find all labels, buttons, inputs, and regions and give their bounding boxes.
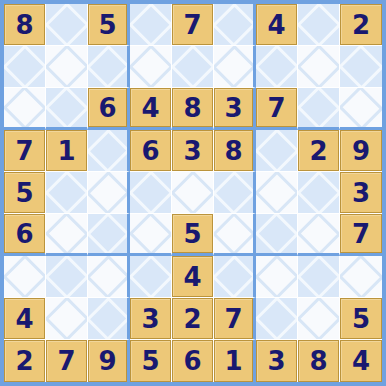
cell-r5c6[interactable] bbox=[214, 172, 256, 214]
cell-r9c1: 2 bbox=[4, 340, 46, 382]
cell-r8c3[interactable] bbox=[88, 298, 130, 340]
given-digit: 5 bbox=[183, 221, 201, 247]
cell-r1c3: 5 bbox=[88, 4, 130, 46]
given-digit: 6 bbox=[183, 348, 201, 374]
cell-r9c7: 3 bbox=[256, 340, 298, 382]
cell-r7c6[interactable] bbox=[214, 256, 256, 298]
cell-r2c1[interactable] bbox=[4, 46, 46, 88]
cell-r5c4[interactable] bbox=[130, 172, 172, 214]
cell-r4c1: 7 bbox=[4, 130, 46, 172]
given-digit: 7 bbox=[15, 138, 33, 164]
given-digit: 7 bbox=[183, 12, 201, 38]
cell-r3c1[interactable] bbox=[4, 88, 46, 130]
given-digit: 2 bbox=[15, 348, 33, 374]
given-digit: 8 bbox=[224, 138, 242, 164]
given-digit: 7 bbox=[267, 95, 285, 121]
cell-r1c5: 7 bbox=[172, 4, 214, 46]
cell-r1c7: 4 bbox=[256, 4, 298, 46]
cell-r2c4[interactable] bbox=[130, 46, 172, 88]
cell-r3c6: 3 bbox=[214, 88, 256, 130]
cell-r5c3[interactable] bbox=[88, 172, 130, 214]
cell-r5c9: 3 bbox=[340, 172, 382, 214]
cell-r5c7[interactable] bbox=[256, 172, 298, 214]
cell-r7c1[interactable] bbox=[4, 256, 46, 298]
cell-r1c2[interactable] bbox=[46, 4, 88, 46]
given-digit: 5 bbox=[141, 348, 159, 374]
given-digit: 3 bbox=[141, 306, 159, 332]
given-digit: 8 bbox=[183, 95, 201, 121]
cell-r2c9[interactable] bbox=[340, 46, 382, 88]
cell-r9c8: 8 bbox=[298, 340, 340, 382]
cell-r4c4: 6 bbox=[130, 130, 172, 172]
cell-r5c8[interactable] bbox=[298, 172, 340, 214]
cell-r4c5: 3 bbox=[172, 130, 214, 172]
cell-r8c4: 3 bbox=[130, 298, 172, 340]
cell-r3c2[interactable] bbox=[46, 88, 88, 130]
cell-r1c1: 8 bbox=[4, 4, 46, 46]
given-digit: 5 bbox=[98, 12, 116, 38]
cell-r3c4: 4 bbox=[130, 88, 172, 130]
given-digit: 2 bbox=[352, 12, 370, 38]
cell-r7c9[interactable] bbox=[340, 256, 382, 298]
cell-r6c2[interactable] bbox=[46, 214, 88, 256]
given-digit: 4 bbox=[183, 264, 201, 290]
given-digit: 6 bbox=[15, 221, 33, 247]
cell-r2c8[interactable] bbox=[298, 46, 340, 88]
given-digit: 2 bbox=[183, 306, 201, 332]
cell-r1c9: 2 bbox=[340, 4, 382, 46]
cell-r5c1: 5 bbox=[4, 172, 46, 214]
given-digit: 4 bbox=[15, 306, 33, 332]
cell-r6c8[interactable] bbox=[298, 214, 340, 256]
cell-r9c6: 1 bbox=[214, 340, 256, 382]
cell-r8c9: 5 bbox=[340, 298, 382, 340]
cell-r3c8[interactable] bbox=[298, 88, 340, 130]
cell-r8c6: 7 bbox=[214, 298, 256, 340]
given-digit: 3 bbox=[267, 348, 285, 374]
cell-r9c2: 7 bbox=[46, 340, 88, 382]
cell-r7c3[interactable] bbox=[88, 256, 130, 298]
cell-r7c7[interactable] bbox=[256, 256, 298, 298]
cell-r2c7[interactable] bbox=[256, 46, 298, 88]
cell-r4c9: 9 bbox=[340, 130, 382, 172]
cell-r7c5: 4 bbox=[172, 256, 214, 298]
cell-r9c3: 9 bbox=[88, 340, 130, 382]
cell-r6c9: 7 bbox=[340, 214, 382, 256]
cell-r3c9[interactable] bbox=[340, 88, 382, 130]
cell-r3c3: 6 bbox=[88, 88, 130, 130]
cell-r6c7[interactable] bbox=[256, 214, 298, 256]
cell-r4c7[interactable] bbox=[256, 130, 298, 172]
given-digit: 6 bbox=[141, 138, 159, 164]
cell-r8c2[interactable] bbox=[46, 298, 88, 340]
cell-r8c1: 4 bbox=[4, 298, 46, 340]
given-digit: 1 bbox=[57, 138, 75, 164]
given-digit: 3 bbox=[352, 180, 370, 206]
cell-r9c4: 5 bbox=[130, 340, 172, 382]
given-digit: 3 bbox=[183, 138, 201, 164]
given-digit: 2 bbox=[309, 138, 327, 164]
cell-r1c8[interactable] bbox=[298, 4, 340, 46]
given-digit: 6 bbox=[98, 95, 116, 121]
cell-r4c8: 2 bbox=[298, 130, 340, 172]
given-digit: 8 bbox=[15, 12, 33, 38]
sudoku-board: 8574264837716382953657443275279561384 bbox=[0, 0, 386, 386]
given-digit: 5 bbox=[15, 180, 33, 206]
cell-r7c4[interactable] bbox=[130, 256, 172, 298]
cell-r4c6: 8 bbox=[214, 130, 256, 172]
cell-r5c5[interactable] bbox=[172, 172, 214, 214]
cell-r6c3[interactable] bbox=[88, 214, 130, 256]
cell-r2c2[interactable] bbox=[46, 46, 88, 88]
given-digit: 7 bbox=[57, 348, 75, 374]
cell-r4c2: 1 bbox=[46, 130, 88, 172]
cell-r2c3[interactable] bbox=[88, 46, 130, 88]
cell-r1c4[interactable] bbox=[130, 4, 172, 46]
given-digit: 7 bbox=[352, 221, 370, 247]
given-digit: 4 bbox=[352, 348, 370, 374]
cell-r3c7: 7 bbox=[256, 88, 298, 130]
given-digit: 4 bbox=[141, 95, 159, 121]
given-digit: 1 bbox=[224, 348, 242, 374]
given-digit: 4 bbox=[267, 12, 285, 38]
cell-r1c6[interactable] bbox=[214, 4, 256, 46]
cell-r8c7[interactable] bbox=[256, 298, 298, 340]
cell-r2c5[interactable] bbox=[172, 46, 214, 88]
cell-r2c6[interactable] bbox=[214, 46, 256, 88]
given-digit: 7 bbox=[224, 306, 242, 332]
cell-r6c5: 5 bbox=[172, 214, 214, 256]
cell-r8c8[interactable] bbox=[298, 298, 340, 340]
cell-r3c5: 8 bbox=[172, 88, 214, 130]
cell-r9c5: 6 bbox=[172, 340, 214, 382]
cell-r6c4[interactable] bbox=[130, 214, 172, 256]
cell-r5c2[interactable] bbox=[46, 172, 88, 214]
cell-r8c5: 2 bbox=[172, 298, 214, 340]
given-digit: 5 bbox=[352, 306, 370, 332]
given-digit: 8 bbox=[309, 348, 327, 374]
given-digit: 3 bbox=[224, 95, 242, 121]
given-digit: 9 bbox=[98, 348, 116, 374]
cell-r6c1: 6 bbox=[4, 214, 46, 256]
cell-r4c3[interactable] bbox=[88, 130, 130, 172]
cell-r9c9: 4 bbox=[340, 340, 382, 382]
cell-r7c2[interactable] bbox=[46, 256, 88, 298]
given-digit: 9 bbox=[352, 138, 370, 164]
cell-r6c6[interactable] bbox=[214, 214, 256, 256]
cell-r7c8[interactable] bbox=[298, 256, 340, 298]
